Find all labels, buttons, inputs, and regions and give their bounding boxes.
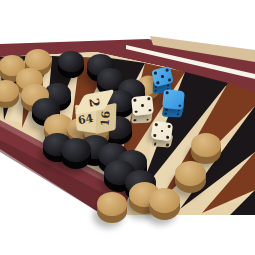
die-top-face (151, 121, 173, 142)
wood-checker (149, 188, 180, 213)
die-pip (147, 98, 150, 101)
die-pip (178, 105, 181, 108)
die-pip (165, 109, 168, 111)
die-pip (166, 136, 169, 139)
die-pip (161, 130, 164, 133)
die-pip (165, 92, 168, 95)
wood-checker (0, 80, 19, 102)
wood-checker (175, 161, 206, 186)
die-pip (147, 119, 150, 121)
die-pip (134, 119, 137, 121)
pieces-layer (0, 0, 255, 255)
backgammon-photo: 64 16 2 (0, 0, 255, 255)
die-pip (178, 109, 181, 111)
die-pip (165, 68, 168, 71)
die-top-face (131, 95, 154, 116)
doubling-cube-right-number: 16 (99, 110, 113, 126)
die-pip (148, 109, 151, 112)
black-checker (58, 51, 84, 72)
die-pip (155, 123, 158, 126)
die-pip (177, 113, 180, 115)
wood-checker (97, 192, 127, 216)
die-pip (155, 89, 157, 91)
die-pip (168, 78, 171, 81)
black-checker (61, 138, 91, 162)
die-pip (134, 111, 137, 114)
die-pip (153, 134, 156, 137)
die-top-face (162, 89, 185, 110)
wood-checker (191, 133, 221, 157)
die-pip (167, 84, 169, 86)
die-pip (168, 125, 171, 128)
die-pip (154, 143, 157, 145)
die-pip (160, 75, 163, 78)
die-pip (153, 71, 156, 74)
die-pip (164, 113, 167, 115)
doubling-cube-top-number: 2 (86, 96, 102, 107)
die-pip (140, 104, 143, 107)
die-pip (133, 99, 136, 102)
die-pip (166, 144, 169, 146)
die-pip (156, 81, 159, 84)
wood-checker (25, 49, 51, 70)
